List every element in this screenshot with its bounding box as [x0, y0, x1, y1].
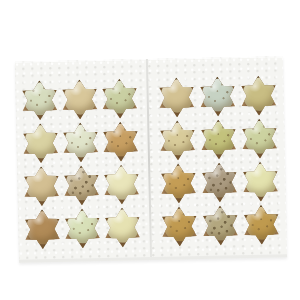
egg-cell-r4c3	[102, 206, 143, 250]
star-cutout	[239, 118, 280, 159]
star-cutout	[59, 79, 100, 120]
egg	[244, 163, 278, 197]
egg-cell-r4c1	[159, 205, 200, 249]
egg	[64, 124, 98, 158]
egg-cell-r1c2	[197, 75, 238, 119]
egg-cell-r4c1	[22, 208, 63, 252]
egg-cell-r2c2	[60, 121, 101, 165]
egg-cell-r2c1	[157, 119, 198, 163]
egg	[202, 121, 236, 155]
egg-cell-r2c2	[198, 118, 239, 162]
star-cutout	[60, 122, 101, 163]
foam-tray-left	[15, 59, 150, 260]
egg	[163, 208, 197, 242]
egg	[104, 123, 138, 157]
star-cutout	[62, 208, 103, 249]
egg	[66, 210, 100, 244]
egg-cell-r2c3	[239, 117, 280, 161]
foam-tray-block	[15, 56, 287, 263]
star-cutout	[22, 209, 63, 250]
egg-cell-r1c3	[99, 77, 140, 121]
egg	[63, 81, 97, 115]
egg	[160, 79, 194, 113]
egg-cell-r3c3	[101, 163, 142, 207]
star-cutout	[240, 161, 281, 202]
star-cutout	[157, 120, 198, 161]
egg	[162, 165, 196, 199]
star-cutout	[199, 162, 240, 203]
egg-cell-r1c2	[59, 78, 100, 122]
egg	[103, 80, 137, 114]
egg-cell-r4c2	[200, 204, 241, 248]
foam-tray-right	[148, 56, 287, 257]
egg-cell-r4c3	[241, 203, 282, 247]
egg	[204, 207, 238, 241]
star-cutout	[238, 75, 279, 116]
star-cutout	[241, 204, 282, 245]
star-cutout	[101, 164, 142, 205]
egg	[106, 209, 140, 243]
egg	[26, 211, 60, 245]
egg-cell-r3c2	[199, 161, 240, 205]
star-cutout	[159, 206, 200, 247]
egg-cell-r2c1	[20, 122, 61, 166]
egg	[245, 206, 279, 240]
star-cutout	[100, 121, 141, 162]
egg	[242, 77, 276, 111]
star-cutout	[99, 78, 140, 119]
egg-cell-r2c3	[100, 120, 141, 164]
star-cutout	[156, 77, 197, 118]
egg	[24, 125, 58, 159]
egg-cell-r1c3	[238, 74, 279, 118]
star-cutout	[61, 165, 102, 206]
star-cutout	[21, 166, 62, 207]
egg-cell-r3c1	[158, 162, 199, 206]
egg	[203, 164, 237, 198]
egg	[65, 167, 99, 201]
egg	[243, 120, 277, 154]
egg-cell-r1c1	[19, 79, 60, 123]
egg	[23, 82, 57, 116]
egg-cell-r3c2	[61, 164, 102, 208]
star-cutout	[20, 123, 61, 164]
egg	[201, 78, 235, 112]
star-cutout	[102, 207, 143, 248]
egg	[161, 122, 195, 156]
star-cutout	[19, 80, 60, 121]
product-photo	[0, 0, 300, 300]
star-cutout	[158, 163, 199, 204]
egg-cell-r3c3	[240, 160, 281, 204]
egg-cell-r3c1	[21, 165, 62, 209]
egg	[25, 168, 59, 202]
star-cutout	[197, 76, 238, 117]
egg	[105, 166, 139, 200]
egg-cell-r1c1	[156, 76, 197, 120]
egg-cell-r4c2	[62, 207, 103, 251]
star-cutout	[200, 205, 241, 246]
star-cutout	[198, 119, 239, 160]
